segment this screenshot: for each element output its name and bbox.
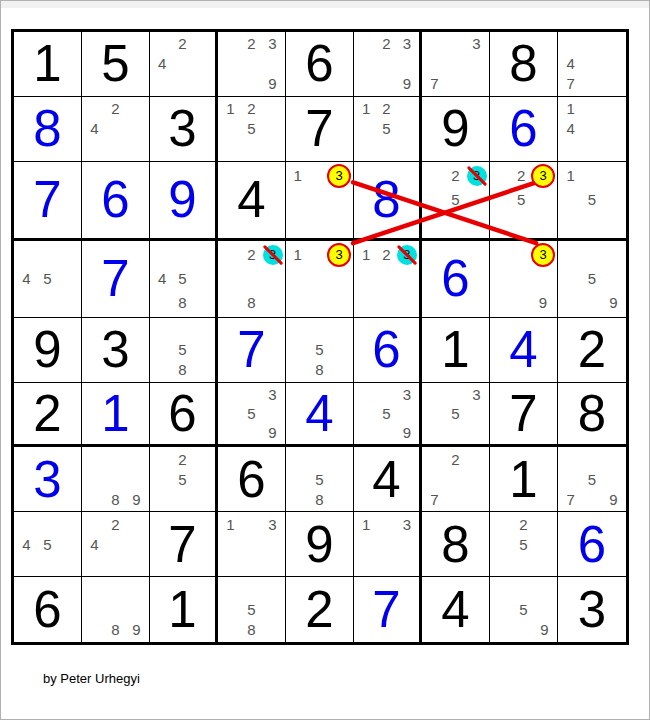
chain-candidate-highlight: 3 — [531, 243, 555, 267]
cell-r2c8[interactable]: 6 — [490, 97, 558, 162]
candidate-digit: 3 — [466, 386, 487, 403]
candidate-digit: 7 — [560, 491, 581, 508]
cell-r5c3[interactable]: 58 — [150, 318, 218, 383]
given-digit: 3 — [168, 103, 196, 154]
cell-r7c7[interactable]: 27 — [422, 447, 490, 512]
given-digit: 6 — [305, 38, 333, 89]
cell-r7c9[interactable]: 579 — [558, 447, 626, 512]
candidate-digit: 2 — [512, 167, 532, 184]
elimination-slash-icon — [262, 244, 283, 265]
cell-r4c1[interactable]: 45 — [14, 241, 82, 318]
given-digit: 4 — [237, 174, 265, 225]
candidate-digit: 5 — [581, 270, 602, 287]
candidate-digit: 1 — [220, 516, 241, 533]
given-digit: 1 — [441, 324, 469, 375]
cell-r3c7[interactable]: 235 — [422, 162, 490, 241]
cell-r2c1[interactable]: 8 — [14, 97, 82, 162]
cell-r6c9[interactable]: 8 — [558, 383, 626, 448]
cell-r7c1[interactable]: 3 — [14, 447, 82, 512]
candidate-digit: 2 — [376, 35, 396, 52]
candidate-digit: 5 — [513, 601, 534, 618]
solved-digit: 6 — [578, 519, 606, 570]
cell-r2c2[interactable]: 24 — [82, 97, 150, 162]
given-digit: 2 — [33, 388, 61, 439]
sudoku-app-window: 1524239623937847824312571259614769413823… — [0, 0, 650, 720]
given-digit: 2 — [305, 584, 333, 635]
cell-r1c8[interactable]: 8 — [490, 32, 558, 97]
candidate-digit: 9 — [397, 75, 417, 92]
cell-r8c6[interactable]: 13 — [354, 512, 422, 577]
candidate-digit: 8 — [309, 361, 330, 378]
cell-r5c2[interactable]: 3 — [82, 318, 150, 383]
given-digit: 3 — [101, 324, 129, 375]
cell-r9c7[interactable]: 4 — [422, 577, 490, 642]
cell-r8c7[interactable]: 8 — [422, 512, 490, 577]
eliminated-candidate-highlight: 3 — [467, 166, 487, 186]
cell-r4c5[interactable]: 13 — [286, 241, 354, 318]
solved-digit: 9 — [168, 174, 196, 225]
given-digit: 8 — [578, 388, 606, 439]
cell-r9c5[interactable]: 2 — [286, 577, 354, 642]
candidate-digit: 5 — [241, 601, 262, 618]
candidate-digit: 1 — [560, 100, 581, 117]
solved-digit: 6 — [372, 324, 400, 375]
candidate-slot: 3 — [327, 243, 351, 267]
cell-r1c1[interactable]: 1 — [14, 32, 82, 97]
solved-digit: 6 — [441, 253, 469, 304]
candidate-digit: 2 — [241, 100, 262, 117]
candidate-digit: 1 — [356, 516, 376, 533]
given-digit: 6 — [168, 388, 196, 439]
solved-digit: 8 — [372, 174, 400, 225]
board-cells: 1524239623937847824312571259614769413823… — [14, 32, 626, 642]
candidate-slot: 3 — [531, 243, 555, 267]
given-digit: 9 — [441, 103, 469, 154]
cell-r8c5[interactable]: 9 — [286, 512, 354, 577]
candidate-digit: 2 — [241, 246, 262, 263]
candidate-digit: 5 — [37, 536, 58, 553]
given-digit: 9 — [33, 324, 61, 375]
candidate-digit: 5 — [376, 120, 396, 137]
cell-r1c5[interactable]: 6 — [286, 32, 354, 97]
candidate-slot: 3 — [466, 166, 487, 186]
cell-r3c6[interactable]: 8 — [354, 162, 422, 241]
candidate-digit: 5 — [513, 536, 534, 553]
candidate-digit: 5 — [512, 191, 532, 208]
candidate-digit: 8 — [309, 491, 330, 508]
given-digit: 7 — [509, 388, 537, 439]
cell-r9c3[interactable]: 1 — [150, 577, 218, 642]
candidate-digit: 9 — [262, 424, 283, 441]
cell-r9c6[interactable]: 7 — [354, 577, 422, 642]
cell-r6c8[interactable]: 7 — [490, 383, 558, 448]
cell-r7c6[interactable]: 4 — [354, 447, 422, 512]
cell-r9c2[interactable]: 89 — [82, 577, 150, 642]
cell-r6c5[interactable]: 4 — [286, 383, 354, 448]
cell-r9c8[interactable]: 59 — [490, 577, 558, 642]
eliminated-candidate-highlight: 3 — [397, 245, 417, 265]
solved-digit: 8 — [33, 103, 61, 154]
cell-r4c2[interactable]: 7 — [82, 241, 150, 318]
cell-r8c8[interactable]: 25 — [490, 512, 558, 577]
cell-r6c2[interactable]: 1 — [82, 383, 150, 448]
given-digit: 8 — [441, 519, 469, 570]
author-caption: by Peter Urhegyi — [43, 671, 140, 686]
given-digit: 5 — [101, 38, 129, 89]
candidate-digit: 9 — [126, 621, 147, 638]
cell-r1c2[interactable]: 5 — [82, 32, 150, 97]
candidate-digit: 5 — [172, 341, 192, 358]
given-digit: 7 — [168, 519, 196, 570]
candidate-slot: 3 — [327, 164, 351, 188]
candidate-digit: 9 — [534, 621, 555, 638]
cell-r5c1[interactable]: 9 — [14, 318, 82, 383]
cell-r5c6[interactable]: 6 — [354, 318, 422, 383]
solved-digit: 7 — [237, 324, 265, 375]
cell-r2c5[interactable]: 7 — [286, 97, 354, 162]
eliminated-candidate-highlight: 3 — [263, 245, 283, 265]
candidate-digit: 5 — [581, 191, 602, 208]
cell-r6c4[interactable]: 359 — [218, 383, 286, 448]
cell-r1c6[interactable]: 239 — [354, 32, 422, 97]
candidate-digit: 8 — [172, 361, 192, 378]
solved-digit: 4 — [305, 388, 333, 439]
candidate-digit: 5 — [309, 341, 330, 358]
cell-r8c9[interactable]: 6 — [558, 512, 626, 577]
candidate-digit: 7 — [424, 75, 445, 92]
cell-r6c3[interactable]: 6 — [150, 383, 218, 448]
candidate-slot: 3 — [397, 245, 417, 265]
cell-r1c9[interactable]: 47 — [558, 32, 626, 97]
candidate-digit: 2 — [172, 35, 192, 52]
candidate-digit: 5 — [37, 270, 58, 287]
candidate-digit: 5 — [581, 471, 602, 488]
candidate-digit: 1 — [356, 246, 376, 263]
cell-r5c8[interactable]: 4 — [490, 318, 558, 383]
solved-digit: 7 — [33, 174, 61, 225]
candidate-digit: 2 — [376, 100, 396, 117]
candidate-digit: 3 — [262, 516, 283, 533]
candidate-digit: 9 — [397, 424, 417, 441]
candidate-digit: 2 — [376, 246, 396, 263]
candidate-digit: 9 — [126, 491, 147, 508]
cell-r1c4[interactable]: 239 — [218, 32, 286, 97]
candidate-digit: 5 — [376, 405, 396, 422]
cell-r6c7[interactable]: 35 — [422, 383, 490, 448]
candidate-digit: 3 — [397, 35, 417, 52]
cell-r9c1[interactable]: 6 — [14, 577, 82, 642]
cell-r4c9[interactable]: 59 — [558, 241, 626, 318]
candidate-digit: 2 — [513, 516, 534, 533]
given-digit: 2 — [578, 324, 606, 375]
window-top-edge — [1, 1, 649, 8]
candidate-digit: 4 — [84, 120, 105, 137]
given-digit: 1 — [509, 454, 537, 505]
cell-r7c3[interactable]: 25 — [150, 447, 218, 512]
given-digit: 6 — [33, 584, 61, 635]
candidate-digit: 9 — [531, 294, 555, 311]
cell-r8c1[interactable]: 45 — [14, 512, 82, 577]
candidate-digit: 8 — [241, 294, 262, 311]
candidate-digit: 8 — [105, 621, 126, 638]
chain-candidate-highlight: 3 — [531, 164, 555, 188]
cell-r7c2[interactable]: 89 — [82, 447, 150, 512]
given-digit: 4 — [441, 584, 469, 635]
given-digit: 3 — [578, 584, 606, 635]
solved-digit: 6 — [101, 174, 129, 225]
candidate-digit: 2 — [105, 100, 126, 117]
cell-r3c9[interactable]: 15 — [558, 162, 626, 241]
candidate-digit: 5 — [309, 471, 330, 488]
cell-r6c1[interactable]: 2 — [14, 383, 82, 448]
cell-r1c3[interactable]: 24 — [150, 32, 218, 97]
candidate-slot: 3 — [262, 245, 283, 265]
cell-r9c9[interactable]: 3 — [558, 577, 626, 642]
chain-candidate-highlight: 3 — [327, 164, 351, 188]
candidate-digit: 1 — [288, 167, 308, 184]
candidate-digit: 7 — [424, 491, 445, 508]
cell-r4c7[interactable]: 6 — [422, 241, 490, 318]
given-digit: 4 — [372, 454, 400, 505]
candidate-digit: 5 — [445, 405, 466, 422]
candidate-digit: 9 — [262, 75, 283, 92]
candidate-digit: 1 — [356, 100, 376, 117]
candidate-digit: 9 — [603, 294, 624, 311]
candidate-digit: 4 — [152, 55, 172, 72]
candidate-digit: 4 — [560, 120, 581, 137]
solved-digit: 4 — [509, 324, 537, 375]
candidate-slot: 3 — [531, 164, 555, 188]
cell-r3c1[interactable]: 7 — [14, 162, 82, 241]
cell-r4c4[interactable]: 238 — [218, 241, 286, 318]
cell-r3c5[interactable]: 13 — [286, 162, 354, 241]
cell-r4c8[interactable]: 39 — [490, 241, 558, 318]
chain-candidate-highlight: 3 — [327, 243, 351, 267]
candidate-digit: 1 — [560, 167, 581, 184]
candidate-digit: 2 — [105, 516, 126, 533]
cell-r3c2[interactable]: 6 — [82, 162, 150, 241]
solved-digit: 1 — [101, 388, 129, 439]
cell-r4c6[interactable]: 123 — [354, 241, 422, 318]
candidate-digit: 5 — [172, 270, 192, 287]
candidate-digit: 3 — [397, 386, 417, 403]
candidate-digit: 2 — [445, 451, 466, 468]
candidate-digit: 1 — [288, 246, 308, 263]
candidate-digit: 2 — [445, 167, 466, 184]
candidate-digit: 4 — [560, 55, 581, 72]
given-digit: 6 — [237, 454, 265, 505]
candidate-digit: 7 — [560, 75, 581, 92]
cell-r6c6[interactable]: 359 — [354, 383, 422, 448]
cell-r9c4[interactable]: 58 — [218, 577, 286, 642]
cell-r3c4[interactable]: 4 — [218, 162, 286, 241]
candidate-digit: 3 — [262, 386, 283, 403]
solved-digit: 7 — [372, 584, 400, 635]
candidate-digit: 5 — [172, 471, 192, 488]
cell-r4c3[interactable]: 458 — [150, 241, 218, 318]
candidate-digit: 4 — [84, 536, 105, 553]
cell-r7c8[interactable]: 1 — [490, 447, 558, 512]
cell-r5c7[interactable]: 1 — [422, 318, 490, 383]
cell-r2c6[interactable]: 125 — [354, 97, 422, 162]
given-digit: 7 — [305, 103, 333, 154]
candidate-digit: 3 — [397, 516, 417, 533]
cell-r7c4[interactable]: 6 — [218, 447, 286, 512]
candidate-digit: 4 — [16, 270, 37, 287]
candidate-digit: 2 — [172, 451, 192, 468]
sudoku-board: 1524239623937847824312571259614769413823… — [11, 29, 629, 645]
given-digit: 1 — [168, 584, 196, 635]
solved-digit: 3 — [33, 454, 61, 505]
given-digit: 8 — [509, 38, 537, 89]
solved-digit: 7 — [101, 253, 129, 304]
cell-r2c9[interactable]: 14 — [558, 97, 626, 162]
cell-r8c3[interactable]: 7 — [150, 512, 218, 577]
cell-r5c9[interactable]: 2 — [558, 318, 626, 383]
candidate-digit: 4 — [16, 536, 37, 553]
candidate-digit: 9 — [603, 491, 624, 508]
candidate-digit: 8 — [241, 621, 262, 638]
candidate-digit: 5 — [241, 405, 262, 422]
cell-r3c8[interactable]: 235 — [490, 162, 558, 241]
cell-r2c3[interactable]: 3 — [150, 97, 218, 162]
elimination-slash-icon — [466, 165, 487, 186]
candidate-digit: 3 — [262, 35, 283, 52]
cell-r2c7[interactable]: 9 — [422, 97, 490, 162]
candidate-digit: 3 — [466, 35, 487, 52]
candidate-digit: 5 — [241, 120, 262, 137]
cell-r5c5[interactable]: 58 — [286, 318, 354, 383]
cell-r7c5[interactable]: 58 — [286, 447, 354, 512]
candidate-digit: 1 — [220, 100, 241, 117]
cell-r8c2[interactable]: 24 — [82, 512, 150, 577]
cell-r2c4[interactable]: 125 — [218, 97, 286, 162]
cell-r1c7[interactable]: 37 — [422, 32, 490, 97]
cell-r8c4[interactable]: 13 — [218, 512, 286, 577]
candidate-digit: 4 — [152, 270, 172, 287]
candidate-digit: 8 — [172, 294, 192, 311]
given-digit: 1 — [33, 38, 61, 89]
given-digit: 9 — [305, 519, 333, 570]
cell-r3c3[interactable]: 9 — [150, 162, 218, 241]
candidate-digit: 2 — [241, 35, 262, 52]
solved-digit: 6 — [509, 103, 537, 154]
elimination-slash-icon — [397, 244, 418, 265]
candidate-digit: 8 — [105, 491, 126, 508]
cell-r5c4[interactable]: 7 — [218, 318, 286, 383]
candidate-digit: 5 — [445, 191, 466, 208]
